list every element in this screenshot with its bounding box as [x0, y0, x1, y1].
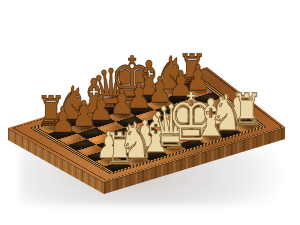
chess-set-photo: ♜♞♝♛♚♝♞♜♟♟♟♟♟♟♟♟♟♟♟♟♟♟♟♟♜♞♝♛♚♝♞♜ — [0, 0, 300, 225]
